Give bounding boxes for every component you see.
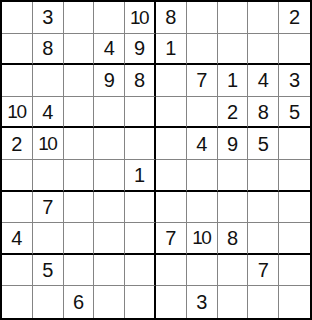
- cell-r6c7-empty[interactable]: [187, 160, 218, 192]
- cell-r1c7-empty[interactable]: [187, 2, 218, 34]
- cell-r4c8-given: 2: [218, 97, 249, 129]
- cell-r7c2-given: 7: [33, 192, 64, 224]
- cell-r9c4-empty[interactable]: [94, 255, 125, 287]
- cell-r4c1-given: 10: [2, 97, 33, 129]
- cell-r9c5-empty[interactable]: [125, 255, 156, 287]
- cell-r1c9-empty[interactable]: [248, 2, 279, 34]
- cell-r5c2-given: 10: [33, 128, 64, 160]
- cell-r6c6-empty[interactable]: [156, 160, 187, 192]
- cell-r8c3-empty[interactable]: [64, 223, 95, 255]
- cell-r5c6-empty[interactable]: [156, 128, 187, 160]
- cell-r1c6-given: 8: [156, 2, 187, 34]
- cell-r2c5-given: 9: [125, 34, 156, 66]
- cell-r7c4-empty[interactable]: [94, 192, 125, 224]
- cell-r6c8-empty[interactable]: [218, 160, 249, 192]
- cell-r8c4-empty[interactable]: [94, 223, 125, 255]
- cell-r5c7-given: 4: [187, 128, 218, 160]
- cell-r9c2-given: 5: [33, 255, 64, 287]
- cell-r7c5-empty[interactable]: [125, 192, 156, 224]
- cell-r1c10-given: 2: [279, 2, 310, 34]
- cell-r10c9-empty[interactable]: [248, 286, 279, 318]
- cell-r1c8-empty[interactable]: [218, 2, 249, 34]
- cell-r8c2-empty[interactable]: [33, 223, 64, 255]
- cell-r4c5-empty[interactable]: [125, 97, 156, 129]
- cell-r4c7-empty[interactable]: [187, 97, 218, 129]
- cell-r9c8-empty[interactable]: [218, 255, 249, 287]
- cell-r7c1-empty[interactable]: [2, 192, 33, 224]
- cell-r3c4-given: 9: [94, 65, 125, 97]
- cell-r10c1-empty[interactable]: [2, 286, 33, 318]
- cell-r7c7-empty[interactable]: [187, 192, 218, 224]
- cell-r5c10-empty[interactable]: [279, 128, 310, 160]
- cell-r8c8-given: 8: [218, 223, 249, 255]
- cell-r2c6-given: 1: [156, 34, 187, 66]
- cell-r6c4-empty[interactable]: [94, 160, 125, 192]
- cell-r7c10-empty[interactable]: [279, 192, 310, 224]
- cell-r6c1-empty[interactable]: [2, 160, 33, 192]
- cell-r8c1-given: 4: [2, 223, 33, 255]
- cell-r10c4-empty[interactable]: [94, 286, 125, 318]
- cell-r2c10-empty[interactable]: [279, 34, 310, 66]
- cell-r8c5-empty[interactable]: [125, 223, 156, 255]
- cell-r2c3-empty[interactable]: [64, 34, 95, 66]
- cell-r3c10-given: 3: [279, 65, 310, 97]
- cell-r10c6-empty[interactable]: [156, 286, 187, 318]
- cell-r1c1-empty[interactable]: [2, 2, 33, 34]
- cell-r3c7-given: 7: [187, 65, 218, 97]
- cell-r2c2-given: 8: [33, 34, 64, 66]
- cell-r10c2-empty[interactable]: [33, 286, 64, 318]
- cell-r8c10-empty[interactable]: [279, 223, 310, 255]
- cell-r7c9-empty[interactable]: [248, 192, 279, 224]
- cell-r9c7-empty[interactable]: [187, 255, 218, 287]
- cell-r1c4-empty[interactable]: [94, 2, 125, 34]
- cell-r8c9-empty[interactable]: [248, 223, 279, 255]
- cell-r9c9-given: 7: [248, 255, 279, 287]
- cell-r10c7-given: 3: [187, 286, 218, 318]
- cell-r5c8-given: 9: [218, 128, 249, 160]
- cell-r4c9-given: 8: [248, 97, 279, 129]
- cell-r6c3-empty[interactable]: [64, 160, 95, 192]
- cell-r6c2-empty[interactable]: [33, 160, 64, 192]
- cell-r10c3-given: 6: [64, 286, 95, 318]
- cell-r1c3-empty[interactable]: [64, 2, 95, 34]
- cell-r10c10-empty[interactable]: [279, 286, 310, 318]
- cell-r2c4-given: 4: [94, 34, 125, 66]
- cell-r9c6-empty[interactable]: [156, 255, 187, 287]
- cell-r8c7-given: 10: [187, 223, 218, 255]
- cell-r2c7-empty[interactable]: [187, 34, 218, 66]
- cell-r2c8-empty[interactable]: [218, 34, 249, 66]
- cell-r3c1-empty[interactable]: [2, 65, 33, 97]
- cell-r3c2-empty[interactable]: [33, 65, 64, 97]
- cell-r7c6-empty[interactable]: [156, 192, 187, 224]
- cell-r3c6-empty[interactable]: [156, 65, 187, 97]
- cell-r3c9-given: 4: [248, 65, 279, 97]
- cell-r8c6-given: 7: [156, 223, 187, 255]
- cell-r9c1-empty[interactable]: [2, 255, 33, 287]
- cell-r7c8-empty[interactable]: [218, 192, 249, 224]
- cell-r3c3-empty[interactable]: [64, 65, 95, 97]
- cell-r1c2-given: 3: [33, 2, 64, 34]
- cell-r4c3-empty[interactable]: [64, 97, 95, 129]
- cell-r3c5-given: 8: [125, 65, 156, 97]
- cell-r9c10-empty[interactable]: [279, 255, 310, 287]
- cell-r4c4-empty[interactable]: [94, 97, 125, 129]
- cell-r6c9-empty[interactable]: [248, 160, 279, 192]
- cell-r10c8-empty[interactable]: [218, 286, 249, 318]
- cell-r6c5-given: 1: [125, 160, 156, 192]
- cell-r5c1-given: 2: [2, 128, 33, 160]
- sudoku-board: 31082849198714310428521049517471085763: [0, 0, 312, 320]
- cell-r3c8-given: 1: [218, 65, 249, 97]
- cell-r4c2-given: 4: [33, 97, 64, 129]
- cell-r4c6-empty[interactable]: [156, 97, 187, 129]
- cell-r6c10-empty[interactable]: [279, 160, 310, 192]
- cell-r5c4-empty[interactable]: [94, 128, 125, 160]
- cell-r5c9-given: 5: [248, 128, 279, 160]
- cell-r5c3-empty[interactable]: [64, 128, 95, 160]
- cell-r2c1-empty[interactable]: [2, 34, 33, 66]
- cell-r9c3-empty[interactable]: [64, 255, 95, 287]
- cell-r10c5-empty[interactable]: [125, 286, 156, 318]
- cell-r4c10-given: 5: [279, 97, 310, 129]
- cell-r7c3-empty[interactable]: [64, 192, 95, 224]
- cell-r1c5-given: 10: [125, 2, 156, 34]
- cell-r2c9-empty[interactable]: [248, 34, 279, 66]
- cell-r5c5-empty[interactable]: [125, 128, 156, 160]
